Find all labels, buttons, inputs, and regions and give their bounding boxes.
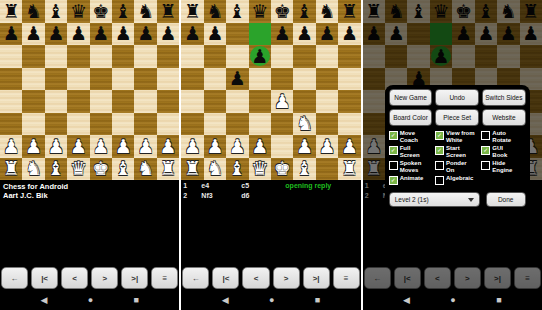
square-b7[interactable]: ♟ — [22, 23, 44, 46]
square-f8[interactable]: ♝ — [112, 0, 134, 23]
white-rook: ♜ — [341, 159, 358, 178]
square-d6[interactable]: ♟ — [249, 45, 271, 68]
step-back-button[interactable]: < — [61, 267, 88, 289]
white-pawn: ♟ — [115, 137, 132, 156]
square-g2[interactable]: ♟ — [316, 135, 338, 158]
move-number: 2 — [183, 191, 201, 201]
square-a1[interactable]: ♜ — [181, 158, 203, 181]
square-a6[interactable] — [0, 45, 22, 68]
white-pawn: ♟ — [206, 137, 223, 156]
square-b8[interactable]: ♞ — [204, 0, 226, 23]
square-d6[interactable] — [67, 45, 89, 68]
square-f3[interactable] — [112, 113, 134, 136]
screenshot-game-screen: ♜♞♝♛♚♝♞♜♟♟♟♟♟♟♟♟♟♞♟♟♟♟♟♟♟♜♞♝♛♚♝♜ 1e4c5op… — [181, 0, 360, 310]
black-pawn: ♟ — [229, 69, 246, 88]
square-f2[interactable]: ♟ — [112, 135, 134, 158]
move-row: 2Nf3d6 — [183, 191, 360, 201]
settings-dialog: New GameUndoSwitch Sides Board ColorPiec… — [385, 85, 530, 211]
android-navbar: ◀●■ — [181, 290, 360, 310]
square-c5[interactable] — [45, 68, 67, 91]
dropdown-arrow-icon — [468, 198, 474, 202]
white-pawn: ♟ — [341, 137, 358, 156]
square-e8[interactable]: ♚ — [90, 0, 112, 23]
nav-home-icon[interactable]: ● — [269, 296, 274, 305]
square-c4[interactable] — [45, 90, 67, 113]
new-game-button[interactable]: New Game — [389, 89, 433, 106]
white-rook: ♜ — [160, 159, 177, 178]
square-b2[interactable]: ♟ — [22, 135, 44, 158]
black-knight: ♞ — [137, 2, 154, 21]
square-f7[interactable]: ♟ — [293, 23, 315, 46]
white-move: e4 — [201, 181, 241, 191]
square-c2[interactable]: ♟ — [226, 135, 248, 158]
black-pawn: ♟ — [319, 24, 336, 43]
square-e8[interactable]: ♚ — [271, 0, 293, 23]
checkbox-label-ponder-on: Ponder On — [446, 160, 467, 173]
white-pawn: ♟ — [229, 137, 246, 156]
black-pawn: ♟ — [3, 24, 20, 43]
move-list: 1e4c5opening reply2Nf3d6 — [183, 181, 360, 200]
square-g2[interactable]: ♟ — [134, 135, 156, 158]
setting-spoken-moves[interactable]: Spoken Moves — [389, 160, 433, 173]
square-c5[interactable]: ♟ — [226, 68, 248, 91]
square-a3[interactable] — [0, 113, 22, 136]
square-d3[interactable] — [67, 113, 89, 136]
square-h2[interactable]: ♟ — [338, 135, 360, 158]
square-d7[interactable] — [249, 23, 271, 46]
checkbox-ponder-on[interactable] — [435, 161, 444, 170]
square-c4[interactable] — [226, 90, 248, 113]
square-e4[interactable]: ♟ — [271, 90, 293, 113]
square-g1[interactable]: ♞ — [134, 158, 156, 181]
square-g4[interactable] — [316, 90, 338, 113]
square-e1[interactable]: ♚ — [90, 158, 112, 181]
checkbox-area: ✓Move Coach✓Full ScreenSpoken Moves✓Anim… — [389, 130, 526, 187]
square-b2[interactable]: ♟ — [204, 135, 226, 158]
white-king: ♚ — [92, 159, 109, 178]
square-a7[interactable]: ♟ — [181, 23, 203, 46]
nav-back-icon[interactable]: ◀ — [222, 296, 229, 305]
screenshot-start-screen: ♜♞♝♛♚♝♞♜♟♟♟♟♟♟♟♟♟♟♟♟♟♟♟♟♜♞♝♛♚♝♞♜ Chess f… — [0, 0, 179, 310]
go-first-button[interactable]: |< — [212, 267, 239, 289]
white-pawn: ♟ — [251, 137, 268, 156]
checkbox-label-hide-engine: Hide Engine — [492, 160, 512, 173]
square-d5[interactable] — [249, 68, 271, 91]
black-pawn: ♟ — [184, 24, 201, 43]
menu-button[interactable]: ≡ — [151, 267, 178, 289]
white-bishop: ♝ — [296, 159, 313, 178]
checkbox-label-move-coach: Move Coach — [400, 130, 418, 143]
square-g8[interactable]: ♞ — [134, 0, 156, 23]
white-rook: ♜ — [3, 159, 20, 178]
white-pawn: ♟ — [92, 137, 109, 156]
black-knight: ♞ — [206, 2, 223, 21]
square-a4[interactable] — [181, 90, 203, 113]
black-knight: ♞ — [25, 2, 42, 21]
black-pawn: ♟ — [92, 24, 109, 43]
white-knight: ♞ — [25, 159, 42, 178]
move-annotation: opening reply — [285, 181, 360, 191]
switch-sides-button[interactable]: Switch Sides — [482, 89, 526, 106]
black-king: ♚ — [274, 2, 291, 21]
black-move: c5 — [241, 181, 285, 191]
square-f8[interactable]: ♝ — [293, 0, 315, 23]
control-bar: ←|<<>>|≡ — [182, 267, 359, 289]
square-b6[interactable] — [22, 45, 44, 68]
square-a1[interactable]: ♜ — [0, 158, 22, 181]
square-h5[interactable] — [338, 68, 360, 91]
setting-full-screen[interactable]: ✓Full Screen — [389, 145, 433, 158]
square-h8[interactable]: ♜ — [157, 0, 179, 23]
black-rook: ♜ — [341, 2, 358, 21]
black-pawn: ♟ — [206, 24, 223, 43]
step-forward-button[interactable]: > — [273, 267, 300, 289]
go-last-button[interactable]: >| — [121, 267, 148, 289]
white-pawn: ♟ — [3, 137, 20, 156]
go-first-button[interactable]: |< — [31, 267, 58, 289]
square-c7[interactable]: ♟ — [45, 23, 67, 46]
move-annotation — [285, 191, 360, 201]
black-queen: ♛ — [70, 2, 87, 21]
nav-recents-icon[interactable]: ■ — [496, 296, 501, 305]
square-h3[interactable] — [157, 113, 179, 136]
white-bishop: ♝ — [115, 159, 132, 178]
black-pawn: ♟ — [341, 24, 358, 43]
square-g8[interactable]: ♞ — [316, 0, 338, 23]
square-g4[interactable] — [134, 90, 156, 113]
square-c6[interactable] — [226, 45, 248, 68]
square-a2[interactable]: ♟ — [181, 135, 203, 158]
square-c2[interactable]: ♟ — [45, 135, 67, 158]
black-bishop: ♝ — [48, 2, 65, 21]
checkbox-label-gui-book: GUI Book — [492, 145, 507, 158]
white-move: Nf3 — [201, 191, 241, 201]
black-pawn: ♟ — [115, 24, 132, 43]
checkbox-auto-rotate[interactable] — [481, 131, 490, 140]
dialog-bottom-row: Level 2 (1s) Done — [389, 192, 526, 207]
square-c1[interactable]: ♝ — [45, 158, 67, 181]
black-pawn: ♟ — [25, 24, 42, 43]
takeback-button[interactable]: ← — [182, 267, 209, 289]
checkbox-spoken-moves[interactable] — [389, 161, 398, 170]
square-f4[interactable] — [293, 90, 315, 113]
white-pawn: ♟ — [48, 137, 65, 156]
square-a8[interactable]: ♜ — [0, 0, 22, 23]
app-info: Chess for Android Aart J.C. Bik — [3, 182, 68, 200]
square-a3[interactable] — [181, 113, 203, 136]
square-e6[interactable] — [90, 45, 112, 68]
square-h3[interactable] — [338, 113, 360, 136]
setting-animate[interactable]: ✓Animate — [389, 175, 433, 187]
setting-gui-book[interactable]: ✓GUI Book — [481, 145, 525, 158]
checkbox-start-screen[interactable]: ✓ — [435, 146, 444, 155]
square-b1[interactable]: ♞ — [22, 158, 44, 181]
square-c3[interactable] — [226, 113, 248, 136]
black-pawn: ♟ — [251, 47, 268, 66]
square-e1[interactable]: ♚ — [271, 158, 293, 181]
checkbox-label-view-from-white: View from White — [446, 130, 475, 143]
square-e4[interactable] — [90, 90, 112, 113]
square-f4[interactable] — [112, 90, 134, 113]
square-d2[interactable]: ♟ — [67, 135, 89, 158]
nav-back-icon[interactable]: ◀ — [403, 296, 410, 305]
square-d7[interactable]: ♟ — [67, 23, 89, 46]
square-c3[interactable] — [45, 113, 67, 136]
black-bishop: ♝ — [296, 2, 313, 21]
checkbox-algebraic[interactable] — [435, 176, 444, 185]
square-a4[interactable] — [0, 90, 22, 113]
square-h7[interactable]: ♟ — [338, 23, 360, 46]
square-d5[interactable] — [67, 68, 89, 91]
white-queen: ♛ — [70, 159, 87, 178]
square-h1[interactable]: ♜ — [157, 158, 179, 181]
white-pawn: ♟ — [296, 137, 313, 156]
android-navbar: ◀●■ — [363, 290, 542, 310]
black-bishop: ♝ — [229, 2, 246, 21]
black-pawn: ♟ — [137, 24, 154, 43]
checkbox-gui-book[interactable]: ✓ — [481, 146, 490, 155]
white-bishop: ♝ — [229, 159, 246, 178]
square-g6[interactable] — [316, 45, 338, 68]
square-g5[interactable] — [316, 68, 338, 91]
square-f6[interactable] — [112, 45, 134, 68]
checkbox-animate[interactable]: ✓ — [389, 176, 398, 185]
square-e2[interactable]: ♟ — [90, 135, 112, 158]
square-f3[interactable]: ♞ — [293, 113, 315, 136]
setting-move-coach[interactable]: ✓Move Coach — [389, 130, 433, 143]
checkbox-label-animate: Animate — [400, 175, 424, 182]
square-a7[interactable]: ♟ — [0, 23, 22, 46]
square-e2[interactable] — [271, 135, 293, 158]
white-pawn: ♟ — [25, 137, 42, 156]
white-pawn: ♟ — [160, 137, 177, 156]
square-a6[interactable] — [181, 45, 203, 68]
square-h2[interactable]: ♟ — [157, 135, 179, 158]
square-h6[interactable] — [157, 45, 179, 68]
white-knight: ♞ — [206, 159, 223, 178]
square-c7[interactable] — [226, 23, 248, 46]
control-bar: ←|<<>>|≡ — [1, 267, 178, 289]
square-b4[interactable] — [204, 90, 226, 113]
square-e5[interactable] — [271, 68, 293, 91]
square-d4[interactable] — [67, 90, 89, 113]
move-number: 1 — [183, 181, 201, 191]
square-a8[interactable]: ♜ — [181, 0, 203, 23]
white-knight: ♞ — [296, 114, 313, 133]
checkbox-hide-engine[interactable] — [481, 161, 490, 170]
black-pawn: ♟ — [70, 24, 87, 43]
nav-recents-icon[interactable]: ■ — [315, 296, 320, 305]
square-f5[interactable] — [112, 68, 134, 91]
white-pawn: ♟ — [137, 137, 154, 156]
checkbox-label-algebraic: Algebraic — [446, 175, 473, 182]
black-rook: ♜ — [3, 2, 20, 21]
setting-start-screen[interactable]: ✓Start Screen — [435, 145, 479, 158]
square-h8[interactable]: ♜ — [338, 0, 360, 23]
white-king: ♚ — [274, 159, 291, 178]
square-f5[interactable] — [293, 68, 315, 91]
setting-auto-rotate[interactable]: Auto Rotate — [481, 130, 525, 143]
square-h1[interactable]: ♜ — [338, 158, 360, 181]
checkbox-label-start-screen: Start Screen — [446, 145, 466, 158]
square-c6[interactable] — [45, 45, 67, 68]
checkbox-full-screen[interactable]: ✓ — [389, 146, 398, 155]
screenshot-settings-screen: ♜♞♝♛♚♝♞♜♟♟♟♟♟♟♟♟♟♞♟♟♟♟♟♟♟♜♞♝♛♚♝♜ 1e4c5op… — [363, 0, 542, 310]
white-bishop: ♝ — [48, 159, 65, 178]
chess-board[interactable]: ♜♞♝♛♚♝♞♜♟♟♟♟♟♟♟♟♟♞♟♟♟♟♟♟♟♜♞♝♛♚♝♜ — [181, 0, 360, 180]
square-c8[interactable]: ♝ — [45, 0, 67, 23]
white-pawn: ♟ — [274, 92, 291, 111]
setting-view-from-white[interactable]: ✓View from White — [435, 130, 479, 143]
square-d1[interactable]: ♛ — [67, 158, 89, 181]
setting-hide-engine[interactable]: Hide Engine — [481, 160, 525, 173]
website-button[interactable]: Website — [482, 109, 526, 126]
nav-back-icon[interactable]: ◀ — [40, 296, 47, 305]
square-d3[interactable] — [249, 113, 271, 136]
step-back-button[interactable]: < — [242, 267, 269, 289]
white-queen: ♛ — [251, 159, 268, 178]
square-d2[interactable]: ♟ — [249, 135, 271, 158]
square-e3[interactable] — [90, 113, 112, 136]
piece-set-button[interactable]: Piece Set — [435, 109, 479, 126]
square-b4[interactable] — [22, 90, 44, 113]
square-g7[interactable]: ♟ — [316, 23, 338, 46]
dialog-button-row-2: Board ColorPiece SetWebsite — [389, 109, 526, 126]
white-rook: ♜ — [184, 159, 201, 178]
checkbox-view-from-white[interactable]: ✓ — [435, 131, 444, 140]
square-e5[interactable] — [90, 68, 112, 91]
square-g1[interactable] — [316, 158, 338, 181]
square-g6[interactable] — [134, 45, 156, 68]
app-author: Aart J.C. Bik — [3, 191, 68, 200]
white-pawn: ♟ — [184, 137, 201, 156]
square-b8[interactable]: ♞ — [22, 0, 44, 23]
checkbox-label-auto-rotate: Auto Rotate — [492, 130, 511, 143]
square-b5[interactable] — [22, 68, 44, 91]
black-pawn: ♟ — [296, 24, 313, 43]
square-f6[interactable] — [293, 45, 315, 68]
checkbox-label-spoken-moves: Spoken Moves — [400, 160, 422, 173]
app-title: Chess for Android — [3, 182, 68, 191]
square-h7[interactable]: ♟ — [157, 23, 179, 46]
square-h5[interactable] — [157, 68, 179, 91]
square-b7[interactable]: ♟ — [204, 23, 226, 46]
square-b1[interactable]: ♞ — [204, 158, 226, 181]
nav-home-icon[interactable]: ● — [88, 296, 93, 305]
square-e7[interactable]: ♟ — [271, 23, 293, 46]
black-knight: ♞ — [319, 2, 336, 21]
square-a5[interactable] — [0, 68, 22, 91]
square-b6[interactable] — [204, 45, 226, 68]
board-color-button[interactable]: Board Color — [389, 109, 433, 126]
square-c8[interactable]: ♝ — [226, 0, 248, 23]
square-g3[interactable] — [134, 113, 156, 136]
white-pawn: ♟ — [70, 137, 87, 156]
white-knight: ♞ — [137, 159, 154, 178]
setting-ponder-on[interactable]: Ponder On — [435, 160, 479, 173]
black-rook: ♜ — [184, 2, 201, 21]
square-h4[interactable] — [157, 90, 179, 113]
nav-recents-icon[interactable]: ■ — [133, 296, 138, 305]
black-pawn: ♟ — [274, 24, 291, 43]
black-rook: ♜ — [160, 2, 177, 21]
square-h6[interactable] — [338, 45, 360, 68]
black-move: d6 — [241, 191, 285, 201]
square-e3[interactable] — [271, 113, 293, 136]
square-e6[interactable] — [271, 45, 293, 68]
square-f1[interactable]: ♝ — [293, 158, 315, 181]
android-navbar: ◀●■ — [0, 290, 179, 310]
dialog-button-row-1: New GameUndoSwitch Sides — [389, 89, 526, 106]
checkbox-move-coach[interactable]: ✓ — [389, 131, 398, 140]
level-label: Level 2 (1s) — [395, 196, 429, 203]
square-c1[interactable]: ♝ — [226, 158, 248, 181]
square-g5[interactable] — [134, 68, 156, 91]
square-d1[interactable]: ♛ — [249, 158, 271, 181]
square-b3[interactable] — [22, 113, 44, 136]
square-a2[interactable]: ♟ — [0, 135, 22, 158]
square-h4[interactable] — [338, 90, 360, 113]
square-g3[interactable] — [316, 113, 338, 136]
menu-button[interactable]: ≡ — [333, 267, 360, 289]
black-pawn: ♟ — [160, 24, 177, 43]
square-a5[interactable] — [181, 68, 203, 91]
black-king: ♚ — [92, 2, 109, 21]
square-d8[interactable]: ♛ — [67, 0, 89, 23]
nav-home-icon[interactable]: ● — [450, 296, 455, 305]
square-f1[interactable]: ♝ — [112, 158, 134, 181]
square-f2[interactable]: ♟ — [293, 135, 315, 158]
black-bishop: ♝ — [115, 2, 132, 21]
level-dropdown[interactable]: Level 2 (1s) — [389, 192, 480, 207]
square-d4[interactable] — [249, 90, 271, 113]
square-e7[interactable]: ♟ — [90, 23, 112, 46]
setting-algebraic[interactable]: Algebraic — [435, 175, 479, 187]
square-f7[interactable]: ♟ — [112, 23, 134, 46]
black-queen: ♛ — [251, 2, 268, 21]
black-pawn: ♟ — [48, 24, 65, 43]
square-d8[interactable]: ♛ — [249, 0, 271, 23]
square-b5[interactable] — [204, 68, 226, 91]
undo-button[interactable]: Undo — [435, 89, 479, 106]
move-row: 1e4c5opening reply — [183, 181, 360, 191]
checkbox-label-full-screen: Full Screen — [400, 145, 420, 158]
takeback-button[interactable]: ← — [1, 267, 28, 289]
go-last-button[interactable]: >| — [303, 267, 330, 289]
done-button[interactable]: Done — [486, 192, 526, 207]
square-b3[interactable] — [204, 113, 226, 136]
white-pawn: ♟ — [319, 137, 336, 156]
step-forward-button[interactable]: > — [91, 267, 118, 289]
chess-board[interactable]: ♜♞♝♛♚♝♞♜♟♟♟♟♟♟♟♟♟♟♟♟♟♟♟♟♜♞♝♛♚♝♞♜ — [0, 0, 179, 180]
square-g7[interactable]: ♟ — [134, 23, 156, 46]
